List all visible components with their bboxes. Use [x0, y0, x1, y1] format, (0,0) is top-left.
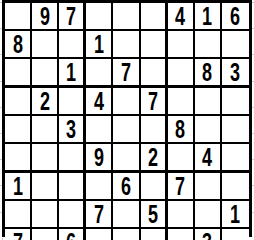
- cell-r1c9[interactable]: 6: [222, 3, 249, 31]
- cell-r5c7[interactable]: 8: [168, 116, 195, 144]
- cell-r1c6[interactable]: [141, 3, 168, 31]
- cell-r4c1[interactable]: [5, 88, 32, 116]
- cell-r2c6[interactable]: [141, 31, 168, 59]
- cell-r6c7[interactable]: [168, 144, 195, 173]
- cell-r1c4[interactable]: [86, 3, 113, 31]
- cell-r5c3[interactable]: 3: [59, 116, 86, 144]
- cell-r8c8[interactable]: [195, 201, 222, 229]
- given-digit: 1: [94, 31, 104, 57]
- cell-r5c6[interactable]: [141, 116, 168, 144]
- given-digit: 7: [94, 201, 104, 227]
- grid-tick-marks-right: [252, 2, 254, 238]
- cell-r8c9[interactable]: 1: [222, 201, 249, 229]
- given-digit: 9: [40, 3, 50, 29]
- cell-r6c6[interactable]: 2: [141, 144, 168, 173]
- cell-r7c7[interactable]: 7: [168, 173, 195, 201]
- cell-r9c7[interactable]: [168, 229, 195, 240]
- cell-r4c7[interactable]: [168, 88, 195, 116]
- cell-r1c3[interactable]: 7: [59, 3, 86, 31]
- cell-r1c5[interactable]: [113, 3, 140, 31]
- given-digit: 6: [121, 173, 131, 199]
- cell-r6c4[interactable]: 9: [86, 144, 113, 173]
- cell-r7c9[interactable]: [222, 173, 249, 201]
- cell-r6c2[interactable]: [32, 144, 59, 173]
- cell-r4c6[interactable]: 7: [141, 88, 168, 116]
- cell-r2c7[interactable]: [168, 31, 195, 59]
- cell-r9c4[interactable]: [86, 229, 113, 240]
- sudoku-board: 9741681178324738924167751763: [2, 0, 252, 237]
- cell-r1c2[interactable]: 9: [32, 3, 59, 31]
- given-digit: 2: [40, 88, 50, 114]
- given-digit: 7: [13, 229, 23, 240]
- cell-r4c3[interactable]: [59, 88, 86, 116]
- given-digit: 3: [66, 116, 76, 142]
- cell-r7c8[interactable]: [195, 173, 222, 201]
- cell-r7c4[interactable]: [86, 173, 113, 201]
- given-digit: 1: [66, 59, 76, 85]
- given-digit: 4: [94, 88, 104, 114]
- cell-r5c4[interactable]: [86, 116, 113, 144]
- cell-r8c7[interactable]: [168, 201, 195, 229]
- given-digit: 8: [175, 116, 185, 142]
- cell-r3c3[interactable]: 1: [59, 59, 86, 88]
- given-digit: 1: [230, 201, 240, 227]
- cell-r9c9[interactable]: [222, 229, 249, 240]
- cell-r1c7[interactable]: 4: [168, 3, 195, 31]
- sudoku-app: 9741681178324738924167751763: [0, 0, 254, 240]
- cell-r8c1[interactable]: [5, 201, 32, 229]
- given-digit: 8: [202, 59, 212, 85]
- cell-r3c9[interactable]: 3: [222, 59, 249, 88]
- cell-r7c3[interactable]: [59, 173, 86, 201]
- cell-r5c8[interactable]: [195, 116, 222, 144]
- cell-r9c6[interactable]: [141, 229, 168, 240]
- cell-r3c1[interactable]: [5, 59, 32, 88]
- cell-r1c1[interactable]: [5, 3, 32, 31]
- cell-r2c1[interactable]: 8: [5, 31, 32, 59]
- given-digit: 8: [13, 31, 23, 57]
- cell-r7c1[interactable]: 1: [5, 173, 32, 201]
- cell-r9c8[interactable]: 3: [195, 229, 222, 240]
- cell-r9c1[interactable]: 7: [5, 229, 32, 240]
- cell-r4c2[interactable]: 2: [32, 88, 59, 116]
- cell-r5c5[interactable]: [113, 116, 140, 144]
- given-digit: 5: [148, 201, 158, 227]
- cell-r2c9[interactable]: [222, 31, 249, 59]
- given-digit: 6: [66, 229, 76, 240]
- cell-r2c4[interactable]: 1: [86, 31, 113, 59]
- given-digit: 1: [13, 173, 23, 199]
- cell-r6c8[interactable]: 4: [195, 144, 222, 173]
- cell-r2c3[interactable]: [59, 31, 86, 59]
- cell-r5c2[interactable]: [32, 116, 59, 144]
- cell-r5c9[interactable]: [222, 116, 249, 144]
- cell-r4c8[interactable]: [195, 88, 222, 116]
- cell-r8c6[interactable]: 5: [141, 201, 168, 229]
- cell-r4c5[interactable]: [113, 88, 140, 116]
- cell-r3c6[interactable]: [141, 59, 168, 88]
- given-digit: 3: [202, 229, 212, 240]
- given-digit: 9: [94, 144, 104, 170]
- given-digit: 7: [148, 88, 158, 114]
- cell-r8c2[interactable]: [32, 201, 59, 229]
- given-digit: 4: [175, 3, 185, 29]
- given-digit: 6: [230, 3, 240, 29]
- cell-r7c5[interactable]: 6: [113, 173, 140, 201]
- cell-r1c8[interactable]: 1: [195, 3, 222, 31]
- cell-r4c4[interactable]: 4: [86, 88, 113, 116]
- cell-r6c1[interactable]: [5, 144, 32, 173]
- cell-r3c5[interactable]: 7: [113, 59, 140, 88]
- cell-r3c2[interactable]: [32, 59, 59, 88]
- cell-r3c7[interactable]: [168, 59, 195, 88]
- given-digit: 7: [66, 3, 76, 29]
- cell-r3c4[interactable]: [86, 59, 113, 88]
- cell-r4c9[interactable]: [222, 88, 249, 116]
- cell-r7c2[interactable]: [32, 173, 59, 201]
- cell-r9c3[interactable]: 6: [59, 229, 86, 240]
- given-digit: 4: [202, 144, 212, 170]
- cell-r3c8[interactable]: 8: [195, 59, 222, 88]
- cell-r8c5[interactable]: [113, 201, 140, 229]
- cell-r8c4[interactable]: 7: [86, 201, 113, 229]
- cell-r6c3[interactable]: [59, 144, 86, 173]
- cell-r8c3[interactable]: [59, 201, 86, 229]
- cell-r6c9[interactable]: [222, 144, 249, 173]
- cell-r2c8[interactable]: [195, 31, 222, 59]
- cell-r7c6[interactable]: [141, 173, 168, 201]
- given-digit: 1: [202, 3, 212, 29]
- cell-r2c5[interactable]: [113, 31, 140, 59]
- cell-r5c1[interactable]: [5, 116, 32, 144]
- cell-r2c2[interactable]: [32, 31, 59, 59]
- cell-r9c5[interactable]: [113, 229, 140, 240]
- given-digit: 2: [148, 144, 158, 170]
- given-digit: 7: [121, 59, 131, 85]
- cell-r9c2[interactable]: [32, 229, 59, 240]
- given-digit: 7: [175, 173, 185, 199]
- given-digit: 3: [230, 59, 240, 85]
- cell-r6c5[interactable]: [113, 144, 140, 173]
